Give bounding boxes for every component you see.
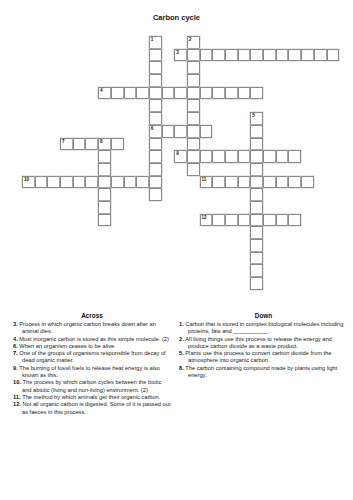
clue-number-10: 10	[24, 177, 29, 182]
grid-cell-r9c19[interactable]	[263, 150, 276, 163]
grid-cell-r1c17[interactable]	[238, 49, 251, 62]
grid-cell-r7c11[interactable]	[162, 125, 175, 138]
grid-cell-r4c7[interactable]	[111, 87, 124, 100]
across-clues-section: Across 3. Process in which organic carbo…	[13, 312, 171, 416]
grid-cell-r11c21[interactable]	[288, 176, 301, 189]
grid-cell-r1c16[interactable]	[225, 49, 238, 62]
clue-number-7: 7	[62, 139, 65, 144]
grid-cell-r11c17[interactable]	[238, 176, 251, 189]
clue-down-2: 2. All living things use this process to…	[179, 336, 348, 351]
clue-number-6: 6	[151, 126, 154, 131]
grid-cell-r8c3[interactable]: 7	[60, 138, 73, 151]
grid-cell-r11c2[interactable]	[47, 176, 60, 189]
clue-across-11: 11. The method by which animals get thei…	[13, 394, 171, 401]
grid-cell-r11c7[interactable]	[111, 176, 124, 189]
grid-cell-r9c16[interactable]	[225, 150, 238, 163]
grid-cell-r18c18[interactable]	[250, 264, 263, 277]
grid-cell-r8c13[interactable]	[187, 138, 200, 151]
clue-across-12: 12. Not all organic carbon is digested. …	[13, 401, 171, 416]
grid-cell-r1c20[interactable]	[276, 49, 289, 62]
grid-cell-r7c13[interactable]	[187, 125, 200, 138]
grid-cell-r17c18[interactable]	[250, 252, 263, 265]
grid-cell-r1c22[interactable]	[301, 49, 314, 62]
grid-cell-r4c17[interactable]	[238, 87, 251, 100]
grid-cell-r1c13[interactable]	[187, 49, 200, 62]
grid-cell-r2c10[interactable]	[149, 61, 162, 74]
grid-cell-r13c18[interactable]	[250, 201, 263, 214]
grid-cell-r8c18[interactable]	[250, 138, 263, 151]
grid-cell-r4c18[interactable]	[250, 87, 263, 100]
grid-cell-r14c20[interactable]	[276, 214, 289, 227]
grid-cell-r4c11[interactable]	[162, 87, 175, 100]
grid-cell-r8c5[interactable]	[85, 138, 98, 151]
grid-cell-r7c10[interactable]: 6	[149, 125, 162, 138]
grid-cell-r1c21[interactable]	[288, 49, 301, 62]
grid-cell-r4c12[interactable]	[174, 87, 187, 100]
grid-cell-r14c18[interactable]	[250, 214, 263, 227]
grid-cell-r11c8[interactable]	[124, 176, 137, 189]
clue-across-4: 4. Most inorganic carbon is stored as th…	[13, 336, 171, 343]
clue-label: 5.	[179, 350, 185, 356]
clue-number-12: 12	[202, 215, 207, 220]
grid-cell-r12c6[interactable]	[98, 188, 111, 201]
grid-cell-r12c10[interactable]	[149, 188, 162, 201]
grid-cell-r11c9[interactable]	[136, 176, 149, 189]
grid-cell-r1c24[interactable]	[327, 49, 340, 62]
clue-down-8: 8. The carbon containing compound made b…	[179, 365, 348, 380]
grid-cell-r14c19[interactable]	[263, 214, 276, 227]
grid-cell-r4c15[interactable]	[212, 87, 225, 100]
grid-cell-r8c7[interactable]	[111, 138, 124, 151]
clue-number-11: 11	[202, 177, 207, 182]
grid-cell-r6c13[interactable]	[187, 112, 200, 125]
clue-label: 8.	[179, 365, 185, 371]
grid-cell-r4c10[interactable]	[149, 87, 162, 100]
down-clue-list: 1. Carbon that is stored in complex biol…	[179, 321, 348, 379]
grid-cell-r11c6[interactable]	[98, 176, 111, 189]
clue-label: 9.	[13, 365, 19, 371]
grid-cell-r9c12[interactable]: 9	[174, 150, 187, 163]
grid-cell-r14c21[interactable]	[288, 214, 301, 227]
grid-cell-r9c13[interactable]	[187, 150, 200, 163]
grid-cell-r4c6[interactable]: 4	[98, 87, 111, 100]
clue-label: 11.	[13, 394, 22, 400]
grid-cell-r11c5[interactable]	[85, 176, 98, 189]
clue-across-10: 10. The process by which carbon cycles b…	[13, 379, 171, 394]
clue-number-1: 1	[151, 37, 154, 42]
grid-cell-r8c4[interactable]	[73, 138, 86, 151]
grid-cell-r9c17[interactable]	[238, 150, 251, 163]
grid-cell-r12c18[interactable]	[250, 188, 263, 201]
clue-number-2: 2	[189, 37, 192, 42]
grid-cell-r14c17[interactable]	[238, 214, 251, 227]
clue-label: 3.	[13, 321, 19, 327]
grid-cell-r8c6[interactable]: 8	[98, 138, 111, 151]
clue-number-4: 4	[100, 88, 103, 93]
worksheet-page: Carbon cycle 123456789101112 Across 3. P…	[0, 0, 353, 500]
grid-cell-r4c13[interactable]	[187, 87, 200, 100]
grid-cell-r10c18[interactable]	[250, 163, 263, 176]
grid-cell-r1c14[interactable]	[200, 49, 213, 62]
grid-cell-r5c13[interactable]	[187, 99, 200, 112]
grid-cell-r11c19[interactable]	[263, 176, 276, 189]
grid-cell-r15c18[interactable]	[250, 226, 263, 239]
grid-cell-r7c18[interactable]	[250, 125, 263, 138]
grid-cell-r11c14[interactable]: 11	[200, 176, 213, 189]
puzzle-title: Carbon cycle	[0, 13, 353, 22]
grid-cell-r1c23[interactable]	[314, 49, 327, 62]
grid-cell-r9c20[interactable]	[276, 150, 289, 163]
clue-label: 7.	[13, 350, 19, 356]
grid-cell-r14c6[interactable]	[98, 214, 111, 227]
clue-label: 6.	[13, 343, 19, 349]
grid-cell-r8c10[interactable]	[149, 138, 162, 151]
grid-cell-r14c16[interactable]	[225, 214, 238, 227]
grid-cell-r4c16[interactable]	[225, 87, 238, 100]
grid-cell-r1c12[interactable]: 3	[174, 49, 187, 62]
grid-cell-r11c15[interactable]	[212, 176, 225, 189]
clue-label: 1.	[179, 321, 185, 327]
grid-cell-r0c10[interactable]: 1	[149, 36, 162, 49]
down-header: Down	[179, 312, 348, 319]
grid-cell-r10c10[interactable]	[149, 163, 162, 176]
grid-cell-r11c20[interactable]	[276, 176, 289, 189]
clue-across-9: 9. The burning of fossil fuels to releas…	[13, 365, 171, 380]
grid-cell-r7c14[interactable]	[200, 125, 213, 138]
grid-cell-r11c10[interactable]	[149, 176, 162, 189]
grid-cell-r11c16[interactable]	[225, 176, 238, 189]
grid-cell-r11c0[interactable]: 10	[22, 176, 35, 189]
grid-cell-r3c10[interactable]	[149, 74, 162, 87]
grid-cell-r1c10[interactable]	[149, 49, 162, 62]
down-clues-section: Down 1. Carbon that is stored in complex…	[179, 312, 348, 379]
across-header: Across	[13, 312, 171, 319]
grid-cell-r11c22[interactable]	[301, 176, 314, 189]
clue-number-8: 8	[100, 139, 103, 144]
grid-cell-r6c10[interactable]	[149, 112, 162, 125]
clue-across-3: 3. Process in which organic carbon break…	[13, 321, 171, 336]
grid-cell-r16c18[interactable]	[250, 239, 263, 252]
grid-cell-r9c18[interactable]	[250, 150, 263, 163]
grid-cell-r2c13[interactable]	[187, 61, 200, 74]
clue-down-1: 1. Carbon that is stored in complex biol…	[179, 321, 348, 336]
grid-cell-r9c15[interactable]	[212, 150, 225, 163]
grid-cell-r6c18[interactable]: 5	[250, 112, 263, 125]
grid-cell-r7c12[interactable]	[174, 125, 187, 138]
grid-cell-r1c18[interactable]	[250, 49, 263, 62]
grid-cell-r9c14[interactable]	[200, 150, 213, 163]
clue-label: 12.	[13, 401, 23, 407]
grid-cell-r10c13[interactable]	[187, 163, 200, 176]
clue-number-5: 5	[252, 113, 255, 118]
grid-cell-r0c13[interactable]: 2	[187, 36, 200, 49]
grid-cell-r1c15[interactable]	[212, 49, 225, 62]
grid-cell-r9c10[interactable]	[149, 150, 162, 163]
grid-cell-r13c6[interactable]	[98, 201, 111, 214]
clue-number-3: 3	[176, 50, 179, 55]
grid-cell-r11c1[interactable]	[35, 176, 48, 189]
clue-label: 4.	[13, 336, 19, 342]
grid-cell-r1c19[interactable]	[263, 49, 276, 62]
grid-cell-r9c21[interactable]	[288, 150, 301, 163]
grid-cell-r10c6[interactable]	[98, 163, 111, 176]
grid-cell-r11c18[interactable]	[250, 176, 263, 189]
grid-cell-r11c4[interactable]	[73, 176, 86, 189]
clue-across-6: 6. When an organism ceases to be alive.	[13, 343, 171, 350]
clue-label: 2.	[179, 336, 185, 342]
crossword-grid: 123456789101112	[22, 36, 339, 290]
grid-cell-r4c8[interactable]	[124, 87, 137, 100]
clue-down-5: 5. Plants use this process to convert ca…	[179, 350, 348, 365]
grid-cell-r4c14[interactable]	[200, 87, 213, 100]
grid-cell-r3c13[interactable]	[187, 74, 200, 87]
grid-cell-r14c15[interactable]	[212, 214, 225, 227]
grid-cell-r14c14[interactable]: 12	[200, 214, 213, 227]
grid-cell-r19c18[interactable]	[250, 277, 263, 290]
clue-number-9: 9	[176, 151, 179, 156]
grid-cell-r11c3[interactable]	[60, 176, 73, 189]
grid-cell-r4c9[interactable]	[136, 87, 149, 100]
grid-cell-r9c6[interactable]	[98, 150, 111, 163]
across-clue-list: 3. Process in which organic carbon break…	[13, 321, 171, 416]
grid-cell-r5c10[interactable]	[149, 99, 162, 112]
clue-label: 10.	[13, 379, 23, 385]
clue-across-7: 7. One of the groups of organisms respon…	[13, 350, 171, 365]
